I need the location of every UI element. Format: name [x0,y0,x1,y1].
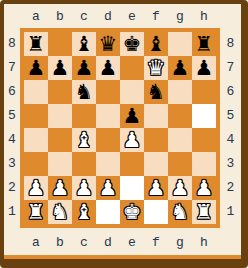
square-b8[interactable] [48,32,72,56]
rank-label-3: 3 [227,152,235,176]
square-a6[interactable] [24,80,48,104]
square-a2[interactable]: ♟ [24,176,48,200]
square-d4[interactable] [96,128,120,152]
white-rook[interactable]: ♜ [27,200,46,224]
black-pawn[interactable]: ♟ [123,104,142,128]
file-label-b: b [48,231,72,255]
black-rook[interactable]: ♜ [195,32,214,56]
square-d1[interactable] [96,200,120,224]
rank-label-1: 1 [8,200,16,224]
file-label-c: c [72,231,96,255]
square-g5[interactable] [168,104,192,128]
rank-label-8: 8 [8,32,16,56]
square-a5[interactable] [24,104,48,128]
white-pawn[interactable]: ♟ [171,176,190,200]
white-king[interactable]: ♚ [123,200,142,224]
square-h4[interactable] [192,128,216,152]
file-label-h: h [192,5,216,29]
rank-label-6: 6 [227,80,235,104]
square-g6[interactable] [168,80,192,104]
rank-label-2: 2 [8,176,16,200]
square-e5[interactable]: ♟ [120,104,144,128]
black-pawn[interactable]: ♟ [195,56,214,80]
white-bishop[interactable]: ♝ [75,200,94,224]
square-c8[interactable]: ♝ [72,32,96,56]
square-a4[interactable] [24,128,48,152]
square-b1[interactable]: ♞ [48,200,72,224]
square-f4[interactable] [144,128,168,152]
rank-label-7: 7 [227,56,235,80]
black-knight[interactable]: ♞ [75,80,94,104]
square-g1[interactable]: ♞ [168,200,192,224]
square-g2[interactable]: ♟ [168,176,192,200]
black-pawn[interactable]: ♟ [51,56,70,80]
square-d7[interactable]: ♟ [96,56,120,80]
square-f1[interactable] [144,200,168,224]
square-h5[interactable] [192,104,216,128]
rank-label-4: 4 [227,128,235,152]
white-bishop[interactable]: ♝ [75,128,94,152]
rank-label-8: 8 [227,32,235,56]
rank-labels-right: 87654321 [220,32,241,224]
square-f2[interactable]: ♟ [144,176,168,200]
square-g3[interactable] [168,152,192,176]
white-queen[interactable]: ♛ [147,56,166,80]
square-a1[interactable]: ♜ [24,200,48,224]
square-b7[interactable]: ♟ [48,56,72,80]
square-d6[interactable] [96,80,120,104]
white-pawn[interactable]: ♟ [75,176,94,200]
square-d8[interactable]: ♛ [96,32,120,56]
square-h7[interactable]: ♟ [192,56,216,80]
square-b4[interactable] [48,128,72,152]
square-e2[interactable] [120,176,144,200]
rank-label-5: 5 [227,104,235,128]
square-f3[interactable] [144,152,168,176]
white-rook[interactable]: ♜ [195,200,214,224]
chessboard-frame: abcdefgh abcdefgh 87654321 87654321 ♜♝♛♚… [0,0,248,268]
black-bishop[interactable]: ♝ [75,32,94,56]
file-label-d: d [96,5,120,29]
black-rook[interactable]: ♜ [27,32,46,56]
file-label-e: e [120,5,144,29]
square-h3[interactable] [192,152,216,176]
square-e7[interactable] [120,56,144,80]
rank-label-5: 5 [8,104,16,128]
square-h2[interactable]: ♟ [192,176,216,200]
file-label-d: d [96,231,120,255]
black-pawn[interactable]: ♟ [171,56,190,80]
white-pawn[interactable]: ♟ [27,176,46,200]
rank-label-7: 7 [8,56,16,80]
rank-label-3: 3 [8,152,16,176]
square-h1[interactable]: ♜ [192,200,216,224]
square-f8[interactable]: ♝ [144,32,168,56]
square-c1[interactable]: ♝ [72,200,96,224]
file-label-a: a [24,231,48,255]
rank-label-1: 1 [227,200,235,224]
rank-label-4: 4 [8,128,16,152]
square-b2[interactable]: ♟ [48,176,72,200]
black-knight[interactable]: ♞ [147,80,166,104]
white-knight[interactable]: ♞ [171,200,190,224]
square-a8[interactable]: ♜ [24,32,48,56]
file-label-b: b [48,5,72,29]
file-label-e: e [120,231,144,255]
square-f5[interactable] [144,104,168,128]
square-e4[interactable]: ♟ [120,128,144,152]
file-label-a: a [24,5,48,29]
square-c4[interactable]: ♝ [72,128,96,152]
square-c6[interactable]: ♞ [72,80,96,104]
rank-label-2: 2 [227,176,235,200]
white-pawn[interactable]: ♟ [195,176,214,200]
white-pawn[interactable]: ♟ [123,128,142,152]
black-pawn[interactable]: ♟ [75,56,94,80]
square-e8[interactable]: ♚ [120,32,144,56]
white-pawn[interactable]: ♟ [99,176,118,200]
rank-labels-left: 87654321 [4,32,20,224]
square-b5[interactable] [48,104,72,128]
square-g7[interactable]: ♟ [168,56,192,80]
square-f7[interactable]: ♛ [144,56,168,80]
file-label-h: h [192,231,216,255]
white-pawn[interactable]: ♟ [51,176,70,200]
square-g8[interactable] [168,32,192,56]
square-c7[interactable]: ♟ [72,56,96,80]
black-bishop[interactable]: ♝ [147,32,166,56]
square-h8[interactable]: ♜ [192,32,216,56]
file-label-f: f [144,231,168,255]
square-d3[interactable] [96,152,120,176]
file-label-c: c [72,5,96,29]
square-b3[interactable] [48,152,72,176]
square-b6[interactable] [48,80,72,104]
black-queen[interactable]: ♛ [99,32,118,56]
file-label-g: g [168,5,192,29]
square-c2[interactable]: ♟ [72,176,96,200]
square-a7[interactable]: ♟ [24,56,48,80]
file-label-f: f [144,5,168,29]
square-a3[interactable] [24,152,48,176]
file-labels-bottom: abcdefgh [24,231,216,255]
square-f6[interactable]: ♞ [144,80,168,104]
square-c3[interactable] [72,152,96,176]
square-e1[interactable]: ♚ [120,200,144,224]
white-knight[interactable]: ♞ [51,200,70,224]
square-g4[interactable] [168,128,192,152]
file-labels-top: abcdefgh [24,5,216,29]
square-e3[interactable] [120,152,144,176]
file-label-g: g [168,231,192,255]
black-pawn[interactable]: ♟ [27,56,46,80]
black-king[interactable]: ♚ [123,32,142,56]
black-pawn[interactable]: ♟ [99,56,118,80]
square-d2[interactable]: ♟ [96,176,120,200]
square-d5[interactable] [96,104,120,128]
white-pawn[interactable]: ♟ [147,176,166,200]
chess-board: ♜♝♛♚♝♜♟♟♟♟♛♟♟♞♞♟♝♟♟♟♟♟♟♟♟♜♞♝♚♞♜ [20,28,220,228]
square-e6[interactable] [120,80,144,104]
square-c5[interactable] [72,104,96,128]
square-h6[interactable] [192,80,216,104]
rank-label-6: 6 [8,80,16,104]
